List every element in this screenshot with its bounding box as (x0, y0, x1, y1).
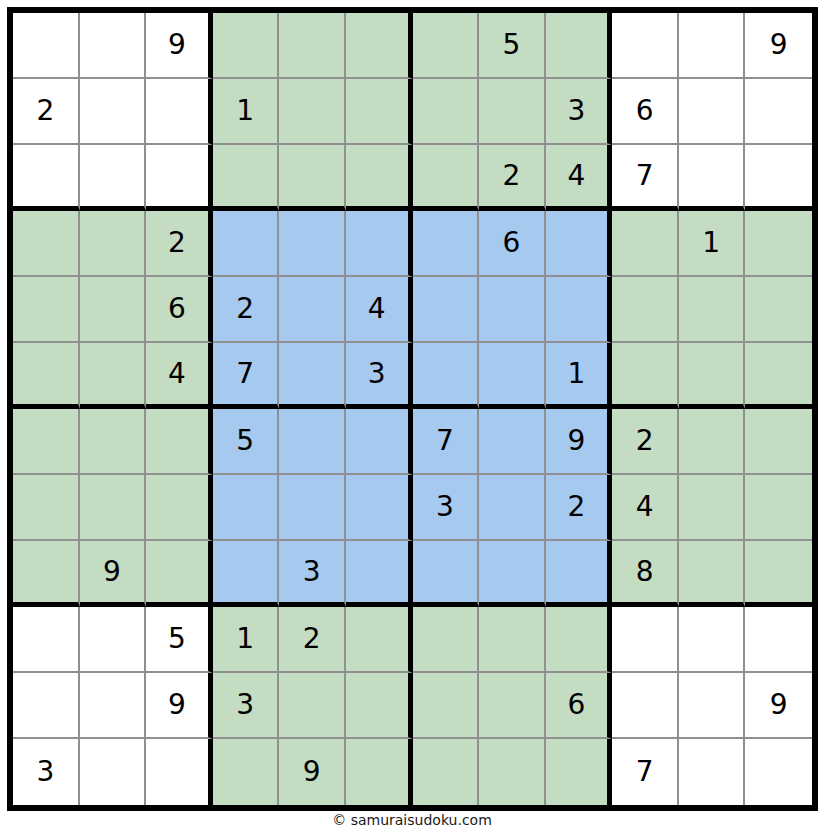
cell-r6c11[interactable] (679, 343, 746, 409)
given-digit: 6 (568, 691, 586, 719)
cell-r8c10[interactable]: 4 (612, 475, 679, 541)
cell-r8c8[interactable] (479, 475, 546, 541)
cell-r12c4[interactable] (213, 739, 280, 805)
cell-r11c12[interactable]: 9 (745, 673, 812, 739)
copyright-footer: © samuraisudoku.com (0, 812, 824, 828)
cell-r1c6[interactable] (346, 13, 413, 79)
cell-r5c10[interactable] (612, 277, 679, 343)
given-digit: 3 (36, 758, 54, 786)
cell-r12c12[interactable] (745, 739, 812, 805)
given-digit: 9 (168, 31, 186, 59)
cell-r4c6[interactable] (346, 211, 413, 277)
cell-r9c1[interactable] (13, 541, 80, 607)
cell-r7c3[interactable] (146, 409, 213, 475)
given-digit: 5 (236, 427, 254, 455)
cell-r3c8[interactable]: 2 (479, 145, 546, 211)
cell-r7c12[interactable] (745, 409, 812, 475)
given-digit: 7 (636, 758, 654, 786)
given-digit: 7 (436, 427, 454, 455)
cell-r10c1[interactable] (13, 607, 80, 673)
cell-r4c10[interactable] (612, 211, 679, 277)
cell-r2c9[interactable]: 3 (546, 79, 613, 145)
given-digit: 3 (236, 691, 254, 719)
cell-r3c11[interactable] (679, 145, 746, 211)
cell-r3c9[interactable]: 4 (546, 145, 613, 211)
cell-r8c1[interactable] (13, 475, 80, 541)
given-digit: 9 (303, 758, 321, 786)
cell-r11c7[interactable] (413, 673, 480, 739)
cell-r5c5[interactable] (279, 277, 346, 343)
cell-r5c7[interactable] (413, 277, 480, 343)
cell-r1c9[interactable] (546, 13, 613, 79)
cell-r3c7[interactable] (413, 145, 480, 211)
cell-r6c2[interactable] (80, 343, 147, 409)
cell-r1c3[interactable]: 9 (146, 13, 213, 79)
cell-r3c4[interactable] (213, 145, 280, 211)
given-digit: 9 (168, 691, 186, 719)
cell-r5c1[interactable] (13, 277, 80, 343)
given-digit: 1 (236, 97, 254, 125)
cell-r8c5[interactable] (279, 475, 346, 541)
cell-r1c11[interactable] (679, 13, 746, 79)
cell-r9c3[interactable] (146, 541, 213, 607)
cell-r9c10[interactable]: 8 (612, 541, 679, 607)
cell-r11c9[interactable]: 6 (546, 673, 613, 739)
cell-r1c5[interactable] (279, 13, 346, 79)
cell-r10c8[interactable] (479, 607, 546, 673)
cell-r6c6[interactable]: 3 (346, 343, 413, 409)
cell-r12c7[interactable] (413, 739, 480, 805)
given-digit: 5 (168, 625, 186, 653)
cell-r4c8[interactable]: 6 (479, 211, 546, 277)
cell-r11c10[interactable] (612, 673, 679, 739)
cell-r8c12[interactable] (745, 475, 812, 541)
cell-r2c5[interactable] (279, 79, 346, 145)
cell-r2c10[interactable]: 6 (612, 79, 679, 145)
given-digit: 4 (568, 162, 586, 190)
given-digit: 1 (568, 360, 586, 388)
cell-r9c9[interactable] (546, 541, 613, 607)
cell-r10c5[interactable]: 2 (279, 607, 346, 673)
cell-r2c4[interactable]: 1 (213, 79, 280, 145)
cell-r7c4[interactable]: 5 (213, 409, 280, 475)
given-digit: 2 (36, 97, 54, 125)
cell-r8c9[interactable]: 2 (546, 475, 613, 541)
given-digit: 2 (168, 229, 186, 257)
cell-r7c2[interactable] (80, 409, 147, 475)
given-digit: 9 (568, 427, 586, 455)
cell-r7c8[interactable] (479, 409, 546, 475)
cell-r9c11[interactable] (679, 541, 746, 607)
cell-r6c9[interactable]: 1 (546, 343, 613, 409)
cell-r5c3[interactable]: 6 (146, 277, 213, 343)
given-digit: 8 (636, 558, 654, 586)
cell-r12c8[interactable] (479, 739, 546, 805)
cell-r10c3[interactable]: 5 (146, 607, 213, 673)
cell-r4c5[interactable] (279, 211, 346, 277)
cell-r4c9[interactable] (546, 211, 613, 277)
cell-r9c6[interactable] (346, 541, 413, 607)
given-digit: 2 (303, 625, 321, 653)
cell-r2c11[interactable] (679, 79, 746, 145)
cell-r1c8[interactable]: 5 (479, 13, 546, 79)
cell-r8c4[interactable] (213, 475, 280, 541)
cell-r2c2[interactable] (80, 79, 147, 145)
cell-r7c5[interactable] (279, 409, 346, 475)
cell-r1c7[interactable] (413, 13, 480, 79)
copyright-text: © samuraisudoku.com (332, 812, 492, 828)
cell-r4c4[interactable] (213, 211, 280, 277)
cell-r6c1[interactable] (13, 343, 80, 409)
cell-r11c11[interactable] (679, 673, 746, 739)
given-digit: 1 (702, 229, 720, 257)
given-digit: 6 (168, 295, 186, 323)
cell-r12c11[interactable] (679, 739, 746, 805)
cell-r12c3[interactable] (146, 739, 213, 805)
cell-r7c11[interactable] (679, 409, 746, 475)
cell-r9c7[interactable] (413, 541, 480, 607)
cell-r9c2[interactable]: 9 (80, 541, 147, 607)
cell-r5c6[interactable]: 4 (346, 277, 413, 343)
cell-r7c9[interactable]: 9 (546, 409, 613, 475)
given-digit: 9 (103, 558, 121, 586)
given-digit: 9 (770, 691, 788, 719)
given-digit: 7 (236, 360, 254, 388)
cell-r11c5[interactable] (279, 673, 346, 739)
cell-r11c6[interactable] (346, 673, 413, 739)
cell-r7c7[interactable]: 7 (413, 409, 480, 475)
cell-r3c5[interactable] (279, 145, 346, 211)
cell-r12c5[interactable]: 9 (279, 739, 346, 805)
cell-r5c8[interactable] (479, 277, 546, 343)
cell-r5c12[interactable] (745, 277, 812, 343)
cell-r10c9[interactable] (546, 607, 613, 673)
cell-r3c2[interactable] (80, 145, 147, 211)
given-digit: 4 (168, 360, 186, 388)
cell-r6c8[interactable] (479, 343, 546, 409)
cell-r11c4[interactable]: 3 (213, 673, 280, 739)
given-digit: 3 (436, 493, 454, 521)
given-digit: 1 (236, 625, 254, 653)
cell-r8c3[interactable] (146, 475, 213, 541)
cell-r9c4[interactable] (213, 541, 280, 607)
cell-r3c12[interactable] (745, 145, 812, 211)
cell-r11c3[interactable]: 9 (146, 673, 213, 739)
cell-r10c2[interactable] (80, 607, 147, 673)
cell-r1c12[interactable]: 9 (745, 13, 812, 79)
cell-r4c2[interactable] (80, 211, 147, 277)
cell-r10c7[interactable] (413, 607, 480, 673)
given-digit: 2 (236, 295, 254, 323)
cell-r2c7[interactable] (413, 79, 480, 145)
given-digit: 3 (368, 360, 386, 388)
cell-r2c6[interactable] (346, 79, 413, 145)
cell-r1c10[interactable] (612, 13, 679, 79)
cell-r7c6[interactable] (346, 409, 413, 475)
sudoku-board: 9592136247261624473157923249385129369397 (7, 7, 818, 811)
cell-r9c5[interactable]: 3 (279, 541, 346, 607)
cell-r8c6[interactable] (346, 475, 413, 541)
given-digit: 6 (502, 229, 520, 257)
cell-r10c10[interactable] (612, 607, 679, 673)
cell-r5c11[interactable] (679, 277, 746, 343)
page: 9592136247261624473157923249385129369397… (0, 0, 824, 834)
cell-r12c9[interactable] (546, 739, 613, 805)
given-digit: 4 (368, 295, 386, 323)
given-digit: 3 (303, 558, 321, 586)
cell-r4c7[interactable] (413, 211, 480, 277)
cell-r11c2[interactable] (80, 673, 147, 739)
cell-r5c4[interactable]: 2 (213, 277, 280, 343)
cell-r6c7[interactable] (413, 343, 480, 409)
cell-r4c3[interactable]: 2 (146, 211, 213, 277)
cell-r9c8[interactable] (479, 541, 546, 607)
cell-r1c2[interactable] (80, 13, 147, 79)
given-digit: 4 (636, 493, 654, 521)
given-digit: 2 (568, 493, 586, 521)
cell-r12c1[interactable]: 3 (13, 739, 80, 805)
given-digit: 9 (770, 31, 788, 59)
cell-r4c1[interactable] (13, 211, 80, 277)
cell-r2c12[interactable] (745, 79, 812, 145)
cell-r10c6[interactable] (346, 607, 413, 673)
given-digit: 7 (636, 162, 654, 190)
cell-r12c6[interactable] (346, 739, 413, 805)
given-digit: 6 (636, 97, 654, 125)
given-digit: 3 (568, 97, 586, 125)
cell-r6c10[interactable] (612, 343, 679, 409)
cell-r8c11[interactable] (679, 475, 746, 541)
cell-r10c11[interactable] (679, 607, 746, 673)
given-digit: 2 (502, 162, 520, 190)
cell-r5c9[interactable] (546, 277, 613, 343)
cell-r6c4[interactable]: 7 (213, 343, 280, 409)
cell-r10c4[interactable]: 1 (213, 607, 280, 673)
cell-r1c1[interactable] (13, 13, 80, 79)
cell-r3c10[interactable]: 7 (612, 145, 679, 211)
cell-r2c1[interactable]: 2 (13, 79, 80, 145)
cell-r5c2[interactable] (80, 277, 147, 343)
cell-r12c2[interactable] (80, 739, 147, 805)
cell-r11c1[interactable] (13, 673, 80, 739)
cell-r1c4[interactable] (213, 13, 280, 79)
cell-r10c12[interactable] (745, 607, 812, 673)
cell-r3c3[interactable] (146, 145, 213, 211)
cell-r6c5[interactable] (279, 343, 346, 409)
cell-r9c12[interactable] (745, 541, 812, 607)
cell-r2c3[interactable] (146, 79, 213, 145)
given-digit: 2 (636, 427, 654, 455)
cell-r7c10[interactable]: 2 (612, 409, 679, 475)
cell-r8c7[interactable]: 3 (413, 475, 480, 541)
cell-r6c12[interactable] (745, 343, 812, 409)
cell-r4c11[interactable]: 1 (679, 211, 746, 277)
cell-r3c6[interactable] (346, 145, 413, 211)
cell-r8c2[interactable] (80, 475, 147, 541)
cell-r12c10[interactable]: 7 (612, 739, 679, 805)
cell-r7c1[interactable] (13, 409, 80, 475)
cell-r4c12[interactable] (745, 211, 812, 277)
cell-r11c8[interactable] (479, 673, 546, 739)
cell-r2c8[interactable] (479, 79, 546, 145)
cell-r3c1[interactable] (13, 145, 80, 211)
given-digit: 5 (502, 31, 520, 59)
cell-r6c3[interactable]: 4 (146, 343, 213, 409)
